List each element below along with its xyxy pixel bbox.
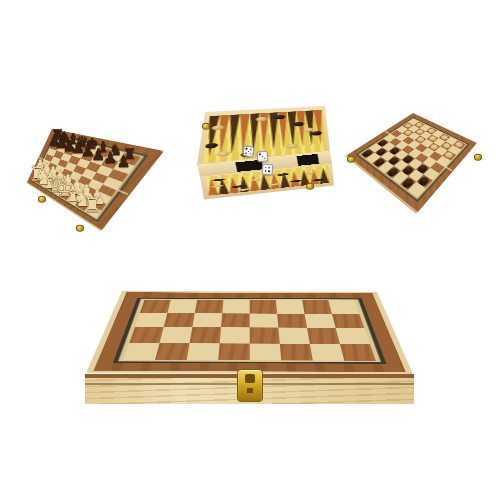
backgammon-checker-wood — [216, 151, 229, 157]
gold-clasp-icon — [474, 154, 482, 161]
lid-square-dark — [277, 313, 307, 327]
lid-square-dark — [164, 313, 195, 327]
lid-square-dark — [280, 343, 313, 360]
backgammon-checker-black — [205, 143, 219, 149]
lid-square-dark — [332, 313, 364, 327]
lid-square-light — [250, 313, 279, 327]
lid-square-dark — [250, 300, 277, 313]
lid-square-light — [250, 343, 282, 360]
lid-square-light — [276, 300, 305, 313]
backgammon-point-dark — [258, 173, 270, 190]
backgammon-checker-black — [241, 151, 254, 157]
lid-square-light — [167, 300, 197, 313]
lid-square-dark — [140, 300, 171, 313]
lid-square-light — [222, 300, 249, 313]
lid-square-light — [135, 313, 167, 327]
lid-square-light — [192, 313, 222, 327]
lid-square-dark — [250, 327, 280, 343]
product-photo-canvas: ♜♞♝♛♚♝♞♜♟♟♟♟♟♟♟♟♟♟♟♟♟♟♟♟♜♞♝♛♚♝♞♜ — [0, 0, 500, 500]
lid-square-light — [310, 343, 345, 360]
brass-hinge-icon — [38, 196, 46, 203]
lid-square-dark — [155, 343, 190, 360]
lid-square-light — [160, 327, 193, 343]
backgammon-point-dark — [318, 167, 329, 183]
backgammon-point-rust — [288, 170, 300, 187]
lid-square-dark — [307, 328, 340, 344]
lid-square-light — [187, 343, 220, 360]
backgammon-checker-wood — [251, 178, 263, 181]
lid-square-light — [220, 327, 250, 343]
lid-square-light — [304, 313, 335, 327]
lid-square-dark — [340, 343, 376, 360]
lid-square-dark — [218, 343, 250, 360]
lid-checkerboard — [123, 300, 375, 361]
lid-square-dark — [129, 327, 163, 343]
lid-square-light — [123, 343, 159, 360]
lid-square-dark — [221, 313, 250, 327]
clasp-slot — [245, 374, 255, 383]
hinge-felt — [297, 154, 319, 166]
lid-square-dark — [195, 300, 224, 313]
backgammon-checker-wood — [286, 143, 297, 149]
lid-square-dark — [190, 327, 221, 343]
chess-board[interactable] — [27, 129, 164, 230]
lid-square-light — [278, 328, 309, 344]
lid-square-light — [336, 328, 370, 344]
backgammon-checker-wood — [306, 171, 318, 174]
sprite-overlay: ♜♞♝♛♚♝♞♜♟♟♟♟♟♟♟♟♟♟♟♟♟♟♟♟♜♞♝♛♚♝♞♜ — [0, 0, 500, 500]
lid-square-light — [328, 300, 359, 313]
backgammon-checker-black — [212, 178, 225, 181]
lid-square-dark — [302, 300, 332, 313]
brass-clasp-icon[interactable] — [237, 369, 263, 402]
closed-box-front — [85, 374, 414, 404]
brass-hinge-icon — [76, 225, 84, 232]
backgammon-point-rust — [237, 114, 250, 153]
checkers-board[interactable] — [347, 113, 477, 212]
closed-box-lid[interactable] — [86, 291, 413, 374]
